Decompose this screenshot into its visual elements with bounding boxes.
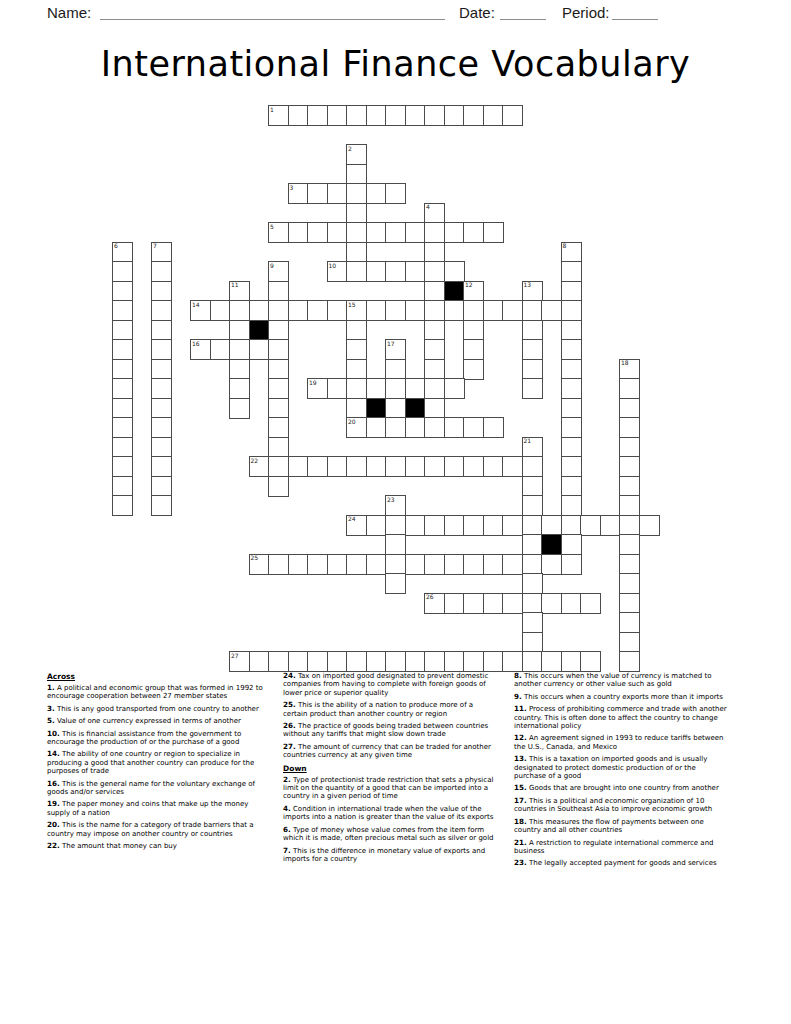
- grid-cell[interactable]: [268, 398, 289, 419]
- grid-cell[interactable]: 8: [561, 242, 582, 263]
- grid-cell[interactable]: [561, 651, 582, 672]
- grid-cell[interactable]: [444, 417, 465, 438]
- grid-cell[interactable]: [463, 417, 484, 438]
- grid-cell[interactable]: [307, 651, 328, 672]
- grid-cell[interactable]: 22: [249, 456, 270, 477]
- grid-cell[interactable]: [366, 378, 387, 399]
- grid-cell[interactable]: [366, 183, 387, 204]
- grid-cell[interactable]: [561, 476, 582, 497]
- grid-cell[interactable]: [580, 651, 601, 672]
- grid-cell[interactable]: [522, 339, 543, 360]
- grid-cell[interactable]: [619, 515, 640, 536]
- grid-cell[interactable]: [405, 651, 426, 672]
- grid-cell[interactable]: [502, 554, 523, 575]
- grid-cell[interactable]: [327, 222, 348, 243]
- grid-cell[interactable]: [619, 612, 640, 633]
- grid-cell[interactable]: 13: [522, 281, 543, 302]
- grid-cell[interactable]: [463, 593, 484, 614]
- grid-cell[interactable]: [112, 437, 133, 458]
- grid-cell[interactable]: [522, 554, 543, 575]
- cell-number: 12: [465, 281, 473, 288]
- grid-cell[interactable]: [346, 320, 367, 341]
- grid-cell[interactable]: 1: [268, 105, 289, 126]
- grid-cell[interactable]: [619, 378, 640, 399]
- grid-cell[interactable]: [444, 378, 465, 399]
- grid-cell[interactable]: [561, 495, 582, 516]
- grid-cell[interactable]: [385, 261, 406, 282]
- grid-cell[interactable]: [385, 359, 406, 380]
- grid-cell[interactable]: [346, 222, 367, 243]
- grid-cell[interactable]: [327, 378, 348, 399]
- grid-cell[interactable]: [385, 398, 406, 419]
- grid-cell[interactable]: [424, 261, 445, 282]
- clues-column-1: Across1. A political and economic group …: [47, 672, 271, 855]
- grid-cell[interactable]: [463, 515, 484, 536]
- clue-item-down-6: 6. Type of money whose value comes from …: [283, 826, 495, 843]
- clue-list-header: Across: [47, 672, 271, 681]
- grid-cell[interactable]: [151, 281, 172, 302]
- grid-cell[interactable]: [522, 476, 543, 497]
- grid-cell[interactable]: [385, 378, 406, 399]
- grid-cell[interactable]: [463, 339, 484, 360]
- clue-number: 22.: [47, 841, 60, 850]
- grid-cell[interactable]: [541, 300, 562, 321]
- grid-cell[interactable]: 23: [385, 495, 406, 516]
- grid-cell[interactable]: [424, 359, 445, 380]
- grid-cell[interactable]: [288, 456, 309, 477]
- cell-number: 1: [270, 106, 274, 113]
- grid-cell[interactable]: [619, 554, 640, 575]
- grid-cell[interactable]: [385, 515, 406, 536]
- period-label: Period:: [562, 4, 610, 21]
- grid-cell[interactable]: [483, 651, 504, 672]
- grid-cell[interactable]: [463, 222, 484, 243]
- grid-cell[interactable]: [541, 593, 562, 614]
- cell-number: 18: [621, 359, 629, 366]
- grid-cell[interactable]: [229, 320, 250, 341]
- grid-cell[interactable]: 15: [346, 300, 367, 321]
- grid-cell[interactable]: [229, 398, 250, 419]
- grid-cell[interactable]: 3: [288, 183, 309, 204]
- grid-cell[interactable]: [424, 456, 445, 477]
- grid-cell[interactable]: [561, 320, 582, 341]
- clue-number: 17.: [514, 796, 527, 805]
- grid-cell[interactable]: [424, 515, 445, 536]
- grid-cell[interactable]: [424, 105, 445, 126]
- grid-cell[interactable]: [346, 242, 367, 263]
- grid-cell[interactable]: [502, 105, 523, 126]
- grid-cell[interactable]: 14: [190, 300, 211, 321]
- grid-cell[interactable]: [288, 300, 309, 321]
- grid-cell[interactable]: [619, 573, 640, 594]
- clue-number: 15.: [514, 783, 527, 792]
- grid-cell[interactable]: [600, 515, 621, 536]
- grid-cell[interactable]: [541, 651, 562, 672]
- grid-cell[interactable]: [522, 456, 543, 477]
- grid-cell[interactable]: [151, 398, 172, 419]
- grid-cell[interactable]: [619, 476, 640, 497]
- grid-cell[interactable]: [151, 495, 172, 516]
- grid-cell[interactable]: [249, 300, 270, 321]
- grid-cell[interactable]: 10: [327, 261, 348, 282]
- grid-cell[interactable]: [405, 378, 426, 399]
- grid-cell[interactable]: [366, 261, 387, 282]
- grid-cell[interactable]: [463, 651, 484, 672]
- grid-cell[interactable]: [112, 281, 133, 302]
- grid-cell[interactable]: [307, 105, 328, 126]
- grid-cell[interactable]: [366, 222, 387, 243]
- grid-cell[interactable]: [522, 651, 543, 672]
- grid-cell[interactable]: [268, 339, 289, 360]
- grid-cell[interactable]: [405, 554, 426, 575]
- grid-cell[interactable]: [541, 515, 562, 536]
- black-cell: [541, 534, 562, 555]
- grid-cell[interactable]: [580, 515, 601, 536]
- clue-number: 6.: [283, 825, 291, 834]
- grid-cell[interactable]: [502, 456, 523, 477]
- grid-cell[interactable]: [288, 651, 309, 672]
- grid-cell[interactable]: [463, 359, 484, 380]
- grid-cell[interactable]: [366, 651, 387, 672]
- grid-cell[interactable]: [307, 456, 328, 477]
- clue-item-down-17: 17. This is a political and economic org…: [514, 797, 730, 814]
- grid-cell[interactable]: [346, 339, 367, 360]
- grid-cell[interactable]: [444, 651, 465, 672]
- grid-cell[interactable]: [522, 515, 543, 536]
- black-cell: [249, 320, 270, 341]
- clue-item-down-13: 13. This is a taxation on imported goods…: [514, 755, 730, 780]
- grid-cell[interactable]: [249, 339, 270, 360]
- grid-cell[interactable]: [229, 300, 250, 321]
- grid-cell[interactable]: [366, 300, 387, 321]
- clue-list-header: Down: [283, 764, 495, 773]
- grid-cell[interactable]: [561, 554, 582, 575]
- black-cell: [366, 398, 387, 419]
- cell-number: 16: [192, 340, 200, 347]
- clue-item-across-26: 26. The practice of goods being traded b…: [283, 722, 495, 739]
- grid-cell[interactable]: [268, 456, 289, 477]
- grid-cell[interactable]: [522, 359, 543, 380]
- grid-cell[interactable]: [151, 300, 172, 321]
- clue-item-across-14: 14. The ability of one country or region…: [47, 750, 271, 775]
- grid-cell[interactable]: [151, 320, 172, 341]
- grid-cell[interactable]: [522, 378, 543, 399]
- grid-cell[interactable]: [639, 515, 660, 536]
- grid-cell[interactable]: [463, 456, 484, 477]
- grid-cell[interactable]: [502, 593, 523, 614]
- grid-cell[interactable]: [522, 573, 543, 594]
- grid-cell[interactable]: [463, 105, 484, 126]
- grid-cell[interactable]: [112, 300, 133, 321]
- grid-cell[interactable]: [561, 378, 582, 399]
- grid-cell[interactable]: [522, 632, 543, 653]
- grid-cell[interactable]: 6: [112, 242, 133, 263]
- clue-number: 4.: [283, 804, 291, 813]
- grid-cell[interactable]: [424, 300, 445, 321]
- grid-cell[interactable]: [483, 515, 504, 536]
- cell-number: 7: [153, 242, 157, 249]
- grid-cell[interactable]: [268, 417, 289, 438]
- grid-cell[interactable]: [385, 651, 406, 672]
- grid-cell[interactable]: [385, 300, 406, 321]
- grid-cell[interactable]: [229, 378, 250, 399]
- grid-cell[interactable]: [463, 320, 484, 341]
- grid-cell[interactable]: [112, 378, 133, 399]
- grid-cell[interactable]: 7: [151, 242, 172, 263]
- grid-cell[interactable]: [424, 320, 445, 341]
- grid-cell[interactable]: [502, 651, 523, 672]
- grid-cell[interactable]: [151, 476, 172, 497]
- cell-number: 21: [524, 437, 532, 444]
- grid-cell[interactable]: [346, 359, 367, 380]
- cell-number: 13: [524, 281, 532, 288]
- grid-cell[interactable]: [151, 437, 172, 458]
- grid-cell[interactable]: [619, 417, 640, 438]
- grid-cell[interactable]: [405, 261, 426, 282]
- grid-cell[interactable]: [522, 300, 543, 321]
- grid-cell[interactable]: [327, 105, 348, 126]
- grid-cell[interactable]: [268, 554, 289, 575]
- clue-item-across-10: 10. This is financial assistance from th…: [47, 730, 271, 747]
- grid-cell[interactable]: [268, 378, 289, 399]
- grid-cell[interactable]: [268, 651, 289, 672]
- grid-cell[interactable]: [112, 495, 133, 516]
- grid-cell[interactable]: [424, 398, 445, 419]
- grid-cell[interactable]: [346, 554, 367, 575]
- grid-cell[interactable]: [366, 456, 387, 477]
- grid-cell[interactable]: [619, 398, 640, 419]
- grid-cell[interactable]: [502, 515, 523, 536]
- grid-cell[interactable]: [229, 339, 250, 360]
- grid-cell[interactable]: [112, 417, 133, 438]
- grid-cell[interactable]: [444, 593, 465, 614]
- grid-cell[interactable]: [619, 456, 640, 477]
- grid-cell[interactable]: [405, 105, 426, 126]
- grid-cell[interactable]: 11: [229, 281, 250, 302]
- grid-cell[interactable]: [522, 593, 543, 614]
- grid-cell[interactable]: [112, 359, 133, 380]
- grid-cell[interactable]: [112, 398, 133, 419]
- grid-cell[interactable]: [385, 183, 406, 204]
- grid-cell[interactable]: 4: [424, 203, 445, 224]
- clue-item-down-18: 18. This measures the flow of payments b…: [514, 818, 730, 835]
- grid-cell[interactable]: [424, 242, 445, 263]
- grid-cell[interactable]: [346, 261, 367, 282]
- grid-cell[interactable]: [327, 651, 348, 672]
- grid-cell[interactable]: [346, 378, 367, 399]
- grid-cell[interactable]: [307, 183, 328, 204]
- grid-cell[interactable]: [268, 300, 289, 321]
- grid-cell[interactable]: 25: [249, 554, 270, 575]
- grid-cell[interactable]: [561, 339, 582, 360]
- grid-cell[interactable]: [151, 359, 172, 380]
- grid-cell[interactable]: [288, 554, 309, 575]
- grid-cell[interactable]: 26: [424, 593, 445, 614]
- grid-cell[interactable]: [619, 593, 640, 614]
- grid-cell[interactable]: [307, 300, 328, 321]
- grid-cell[interactable]: [561, 437, 582, 458]
- grid-cell[interactable]: [561, 398, 582, 419]
- grid-cell[interactable]: [424, 554, 445, 575]
- grid-cell[interactable]: [346, 203, 367, 224]
- grid-cell[interactable]: [444, 300, 465, 321]
- grid-cell[interactable]: [444, 515, 465, 536]
- grid-cell[interactable]: [405, 515, 426, 536]
- grid-cell[interactable]: [112, 261, 133, 282]
- grid-cell[interactable]: [405, 417, 426, 438]
- grid-cell[interactable]: [151, 456, 172, 477]
- grid-cell[interactable]: [483, 417, 504, 438]
- grid-cell[interactable]: [522, 495, 543, 516]
- grid-cell[interactable]: [327, 456, 348, 477]
- grid-cell[interactable]: 20: [346, 417, 367, 438]
- grid-cell[interactable]: [385, 417, 406, 438]
- grid-cell[interactable]: 5: [268, 222, 289, 243]
- grid-cell[interactable]: [444, 261, 465, 282]
- grid-cell[interactable]: [112, 320, 133, 341]
- grid-cell[interactable]: [366, 515, 387, 536]
- grid-cell[interactable]: [210, 300, 231, 321]
- grid-cell[interactable]: [619, 651, 640, 672]
- grid-cell[interactable]: [619, 632, 640, 653]
- grid-cell[interactable]: [346, 651, 367, 672]
- grid-cell[interactable]: [405, 222, 426, 243]
- clue-item-across-19: 19. The paper money and coins that make …: [47, 800, 271, 817]
- grid-cell[interactable]: [561, 300, 582, 321]
- grid-cell[interactable]: [444, 222, 465, 243]
- grid-cell[interactable]: [502, 300, 523, 321]
- grid-cell[interactable]: [229, 359, 250, 380]
- grid-cell[interactable]: 17: [385, 339, 406, 360]
- grid-cell[interactable]: 2: [346, 144, 367, 165]
- grid-cell[interactable]: [483, 456, 504, 477]
- grid-cell[interactable]: [385, 105, 406, 126]
- grid-cell[interactable]: [327, 300, 348, 321]
- grid-cell[interactable]: [385, 573, 406, 594]
- grid-cell[interactable]: 9: [268, 261, 289, 282]
- grid-cell[interactable]: [541, 554, 562, 575]
- clue-number: 14.: [47, 749, 60, 758]
- grid-cell[interactable]: [346, 105, 367, 126]
- grid-cell[interactable]: [580, 593, 601, 614]
- grid-cell[interactable]: 19: [307, 378, 328, 399]
- grid-cell[interactable]: [522, 534, 543, 555]
- cell-number: 23: [387, 496, 395, 503]
- grid-cell[interactable]: [561, 515, 582, 536]
- clue-number: 1.: [47, 683, 55, 692]
- grid-cell[interactable]: [385, 534, 406, 555]
- grid-cell[interactable]: [522, 612, 543, 633]
- grid-cell[interactable]: [522, 320, 543, 341]
- grid-cell[interactable]: 27: [229, 651, 250, 672]
- clue-item-across-5: 5. Value of one currency expressed in te…: [47, 717, 271, 725]
- grid-cell[interactable]: [405, 300, 426, 321]
- grid-cell[interactable]: [327, 554, 348, 575]
- grid-cell[interactable]: [444, 456, 465, 477]
- grid-cell[interactable]: [327, 183, 348, 204]
- grid-cell[interactable]: [112, 476, 133, 497]
- grid-cell[interactable]: [385, 456, 406, 477]
- grid-cell[interactable]: [424, 281, 445, 302]
- grid-cell[interactable]: [112, 456, 133, 477]
- grid-cell[interactable]: [619, 495, 640, 516]
- grid-cell[interactable]: [268, 476, 289, 497]
- grid-cell[interactable]: 16: [190, 339, 211, 360]
- grid-cell[interactable]: [151, 261, 172, 282]
- grid-cell[interactable]: [424, 378, 445, 399]
- grid-cell[interactable]: [561, 359, 582, 380]
- grid-cell[interactable]: [483, 222, 504, 243]
- grid-cell[interactable]: [268, 281, 289, 302]
- grid-cell[interactable]: [346, 183, 367, 204]
- grid-cell[interactable]: [561, 534, 582, 555]
- grid-cell[interactable]: [483, 593, 504, 614]
- grid-cell[interactable]: [268, 359, 289, 380]
- grid-cell[interactable]: [483, 300, 504, 321]
- grid-cell[interactable]: [366, 554, 387, 575]
- cell-number: 26: [426, 593, 434, 600]
- grid-cell[interactable]: [151, 378, 172, 399]
- grid-cell[interactable]: [561, 261, 582, 282]
- grid-cell[interactable]: [112, 339, 133, 360]
- grid-cell[interactable]: [366, 417, 387, 438]
- grid-cell[interactable]: 24: [346, 515, 367, 536]
- grid-cell[interactable]: [424, 222, 445, 243]
- grid-cell[interactable]: [385, 222, 406, 243]
- grid-cell[interactable]: [151, 417, 172, 438]
- grid-cell[interactable]: [561, 281, 582, 302]
- grid-cell[interactable]: [483, 105, 504, 126]
- grid-cell[interactable]: [483, 554, 504, 575]
- grid-cell[interactable]: [307, 554, 328, 575]
- clue-item-down-12: 12. An agreement signed in 1993 to reduc…: [514, 734, 730, 751]
- grid-cell[interactable]: [463, 300, 484, 321]
- grid-cell[interactable]: 12: [463, 281, 484, 302]
- grid-cell[interactable]: [385, 554, 406, 575]
- grid-cell[interactable]: 21: [522, 437, 543, 458]
- grid-cell[interactable]: [619, 534, 640, 555]
- grid-cell[interactable]: [424, 339, 445, 360]
- grid-cell[interactable]: [424, 417, 445, 438]
- grid-cell[interactable]: [561, 593, 582, 614]
- grid-cell[interactable]: [288, 222, 309, 243]
- grid-cell[interactable]: [346, 164, 367, 185]
- grid-cell[interactable]: [444, 105, 465, 126]
- grid-cell[interactable]: [288, 105, 309, 126]
- grid-cell[interactable]: 18: [619, 359, 640, 380]
- grid-cell[interactable]: [561, 456, 582, 477]
- grid-cell[interactable]: [561, 417, 582, 438]
- grid-cell[interactable]: [268, 320, 289, 341]
- grid-cell[interactable]: [307, 222, 328, 243]
- grid-cell[interactable]: [619, 437, 640, 458]
- grid-cell[interactable]: [463, 554, 484, 575]
- cell-number: 2: [348, 145, 352, 152]
- grid-cell[interactable]: [424, 651, 445, 672]
- grid-cell[interactable]: [249, 651, 270, 672]
- grid-cell[interactable]: [405, 456, 426, 477]
- grid-cell[interactable]: [346, 456, 367, 477]
- clue-number: 7.: [283, 846, 291, 855]
- grid-cell[interactable]: [444, 554, 465, 575]
- grid-cell[interactable]: [151, 339, 172, 360]
- grid-cell[interactable]: [268, 437, 289, 458]
- grid-cell[interactable]: [346, 398, 367, 419]
- clue-number: 19.: [47, 799, 60, 808]
- cell-number: 10: [329, 262, 337, 269]
- grid-cell[interactable]: [210, 339, 231, 360]
- grid-cell[interactable]: [366, 105, 387, 126]
